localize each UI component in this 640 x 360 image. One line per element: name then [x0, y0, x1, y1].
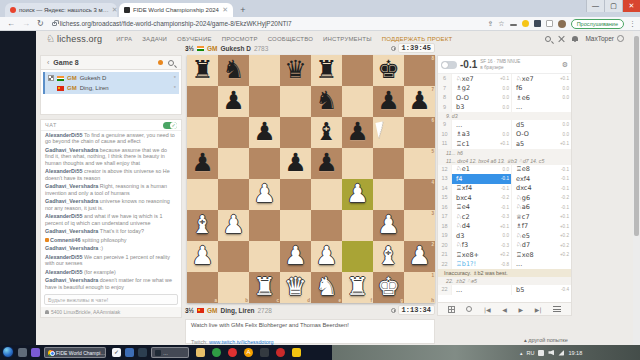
move-number: 19: [438, 231, 451, 241]
black-rook-e8[interactable]: ♜: [311, 55, 342, 86]
move-cell[interactable]: ♘g6-0.2: [511, 193, 571, 203]
nav-item[interactable]: ИНСТРУМЕНТЫ: [323, 36, 372, 42]
nav-item-donate[interactable]: ПОДДЕРЖАТЬ ПРОЕКТ: [382, 36, 453, 42]
square-a4[interactable]: [187, 179, 218, 210]
square-d3[interactable]: [280, 210, 311, 241]
move-eval: +0.1: [560, 76, 569, 81]
square-h1[interactable]: 1h: [404, 272, 435, 303]
black-knight-e7[interactable]: ♞: [311, 86, 342, 117]
move-number: 21: [438, 250, 451, 260]
square-f1[interactable]: ♜f: [342, 272, 373, 303]
minimize-button[interactable]: —: [586, 0, 604, 12]
square-e3[interactable]: [311, 210, 342, 241]
chat-message: Gadhavi_Veershadra Right, reasoning is a…: [45, 183, 177, 196]
lichess-logo[interactable]: ♘ lichess.org: [46, 33, 102, 44]
move-cell[interactable]: ♘e10.0: [451, 165, 511, 175]
square-f6[interactable]: ♟: [342, 117, 373, 148]
address-bar[interactable]: lichess.org/broadcast/fide-world-champio…: [60, 20, 292, 27]
move-cell[interactable]: ♖e4-0.1: [451, 203, 511, 213]
move-eval: +0.1: [560, 224, 569, 229]
move-eval: +0.2: [560, 233, 569, 238]
move-cell[interactable]: a5+0.1: [511, 139, 571, 149]
taskbar-app-icon[interactable]: [276, 348, 285, 357]
listening-pill[interactable]: Прослушивание: [571, 19, 624, 29]
square-b5[interactable]: [218, 148, 249, 179]
rank-coordinate: 3: [431, 211, 434, 216]
extension-icon[interactable]: [546, 20, 553, 27]
white-pawn-b3[interactable]: ♟: [218, 210, 249, 241]
knight-logo-icon: ♘: [46, 33, 55, 44]
share-icon[interactable]: ⇪: [487, 20, 493, 28]
white-pawn-d2[interactable]: ♟: [280, 241, 311, 272]
language-indicator[interactable]: RU: [527, 350, 535, 356]
square-c3[interactable]: [249, 210, 280, 241]
taskbar-app-icon[interactable]: [125, 348, 134, 357]
move-cell[interactable]: ...: [451, 120, 511, 130]
nav-item[interactable]: ЗАДАЧИ: [142, 36, 167, 42]
move-cell[interactable]: ♕c7+0.1: [511, 212, 571, 222]
chat-username: AlexanderDi55: [45, 254, 84, 260]
white-pawn-c4[interactable]: ♟: [249, 179, 280, 210]
black-pawn-h7[interactable]: ♟: [404, 86, 435, 117]
notifications-bell-icon[interactable]: [572, 36, 578, 41]
move-number: 22: [438, 260, 451, 270]
move-eval: -0.3: [501, 243, 509, 248]
square-g1[interactable]: ♚g: [373, 272, 404, 303]
game-list-item-selected[interactable]: GM Gukesh D * GM Ding, Liren *: [43, 72, 179, 94]
square-f4[interactable]: ♟: [342, 179, 373, 210]
network-tray-icon[interactable]: [558, 350, 564, 356]
square-d6[interactable]: [280, 117, 311, 148]
white-rook-c1[interactable]: ♜: [249, 272, 280, 303]
game-status: *: [174, 75, 176, 81]
move-cell[interactable]: d50.0: [511, 120, 571, 130]
square-e8[interactable]: ♜: [311, 55, 342, 86]
chat-message: Gadhavi_Veershadra That's it for today?: [45, 228, 177, 234]
patron-icon: [45, 238, 49, 242]
move-cell[interactable]: ♘d4+0.1: [451, 222, 511, 232]
extension-icon[interactable]: [534, 20, 541, 27]
move-number: 11: [438, 139, 451, 149]
white-pawn-h2[interactable]: ♟: [404, 241, 435, 272]
square-a2[interactable]: ♟: [187, 241, 218, 272]
taskbar-app-icon[interactable]: [138, 348, 147, 357]
white-bishop-a3[interactable]: ♝: [187, 210, 218, 241]
move-cell[interactable]: ♘xe7+0.1: [511, 74, 571, 84]
browser-tab-yandex[interactable]: поиск — Яндекс: нашлось 3 м… ✕: [5, 3, 117, 17]
chat-username: AlexanderDi55: [45, 213, 84, 219]
chat-username: AlexanderDi55: [45, 269, 84, 275]
move-number: 14: [438, 184, 451, 194]
volume-tray-icon[interactable]: [548, 350, 554, 356]
chat-message: AlexanderDi55 To find a genuine answer, …: [45, 132, 177, 145]
move-row: 19d30.0♘e5+0.2: [438, 231, 571, 241]
white-pawn-f4[interactable]: ♟: [342, 179, 373, 210]
square-b2[interactable]: [218, 241, 249, 272]
square-e2[interactable]: ♟: [311, 241, 342, 272]
next-move-button[interactable]: ▶: [519, 306, 524, 313]
move-eval: 0.0: [563, 122, 569, 127]
square-a5[interactable]: ♟: [187, 148, 218, 179]
move-cell[interactable]: ♖xe8+0.2: [511, 250, 571, 260]
chat-title: ЧАТ: [45, 122, 57, 128]
player-name: Ding, Liren: [80, 85, 109, 91]
move-eval: -0.2: [561, 195, 569, 200]
square-g7[interactable]: ♟: [373, 86, 404, 117]
move-number: 20: [438, 241, 451, 251]
move-number: 22: [438, 285, 451, 295]
taskbar-app-icon[interactable]: A: [244, 348, 253, 357]
black-pawn-e5[interactable]: ♟: [311, 148, 342, 179]
tab-close-icon[interactable]: ✕: [112, 6, 117, 14]
move-number: 9: [438, 120, 451, 130]
move-row: 10♗a30.0O-O0.0: [438, 130, 571, 140]
white-knight-e1[interactable]: ♞: [311, 272, 342, 303]
china-flag-icon: [197, 308, 204, 313]
square-f3[interactable]: [342, 210, 373, 241]
white-pawn-e2[interactable]: ♟: [311, 241, 342, 272]
move-cell[interactable]: ♗e60.0: [511, 93, 571, 103]
move-eval: -0.1: [561, 176, 569, 181]
lichess-favicon-icon: [124, 7, 130, 13]
move-cell[interactable]: O-O0.0: [511, 130, 571, 140]
move-eval: 0.0: [503, 105, 509, 110]
move-eval: -0.1: [501, 176, 509, 181]
chat-username: Comnenii46: [50, 237, 82, 243]
square-e6[interactable]: ♝: [311, 117, 342, 148]
move-cell[interactable]: ♖b1?!-0.8: [451, 260, 511, 270]
spectators-icon: [45, 310, 49, 314]
move-eval: 0.0: [503, 86, 509, 91]
taskbar-task-secondary[interactable]: …: [151, 347, 189, 358]
square-f2[interactable]: [342, 241, 373, 272]
extension-icon[interactable]: [510, 24, 517, 26]
square-a1[interactable]: a: [187, 272, 218, 303]
move-eval: -0.1: [561, 167, 569, 172]
game-row-white: GM Gukesh D *: [48, 73, 176, 83]
broadcast-info-card: Watch live with GMs Felix Blohberger and…: [185, 319, 435, 344]
black-queen-d8[interactable]: ♛: [280, 55, 311, 86]
side-panel-strip: [0, 31, 36, 345]
extension-icon[interactable]: [522, 20, 529, 27]
move-number: 16: [438, 203, 451, 213]
square-b8[interactable]: ♞: [218, 55, 249, 86]
move-row: 18♘d4+0.1♗f7+0.1: [438, 222, 571, 232]
move-cell[interactable]: ...: [451, 285, 511, 295]
variation-line[interactable]: 11... dxc4 12. bxc4 a6 13. ♕b3 ♘d7 14. c…: [438, 157, 571, 165]
square-g3[interactable]: ♟: [373, 210, 404, 241]
move-cell[interactable]: bxc4-0.2: [451, 193, 511, 203]
move-number: 6: [438, 74, 451, 84]
forward-icon[interactable]: →: [22, 19, 30, 28]
file-coordinate: g: [400, 298, 403, 303]
nav-item[interactable]: ИГРА: [116, 36, 132, 42]
clock-icon: [391, 46, 396, 51]
nav-item[interactable]: ОБУЧЕНИЕ: [177, 36, 212, 42]
rank-coordinate: 4: [431, 180, 434, 185]
taskbar-app-icon[interactable]: [228, 348, 237, 357]
variation-line[interactable]: 22. ♗b2 ♘e5: [438, 277, 571, 285]
square-g8[interactable]: ♚: [373, 55, 404, 86]
chat-username: Gadhavi_Veershadra: [45, 228, 100, 234]
move-cell[interactable]: ♘e5+0.2: [511, 231, 571, 241]
move-eval: -0.1: [561, 205, 569, 210]
move-row: 21♖xe8++0.2♖xe8+0.2: [438, 250, 571, 260]
tab-title: FIDE World Championship 2024: [133, 7, 219, 13]
move-number: 10: [438, 130, 451, 140]
move-cell[interactable]: exf4-0.1: [511, 174, 571, 184]
square-b6[interactable]: [218, 117, 249, 148]
square-g4[interactable]: [373, 179, 404, 210]
tab-close-icon[interactable]: ✕: [222, 6, 228, 14]
chrome-profile-avatar[interactable]: [558, 20, 566, 28]
file-coordinate: h: [431, 298, 434, 303]
white-bishop-g2[interactable]: ♝: [373, 241, 404, 272]
taskbar-app-icon[interactable]: [31, 348, 40, 357]
black-pawn-g7[interactable]: ♟: [373, 86, 404, 117]
game-status: *: [174, 85, 176, 91]
black-pawn-d5[interactable]: ♟: [280, 148, 311, 179]
comment-line: Inaccuracy. ♗b2 was best.: [438, 269, 571, 277]
move-cell[interactable]: b30.0: [451, 103, 511, 113]
move-eval: 0.0: [563, 132, 569, 137]
file-coordinate: d: [307, 298, 310, 303]
square-h3[interactable]: 3: [404, 210, 435, 241]
engine-toggle[interactable]: [441, 61, 457, 69]
user-menu[interactable]: MaxToper: [585, 35, 624, 42]
square-a3[interactable]: ♝: [187, 210, 218, 241]
square-c6[interactable]: ♟: [249, 117, 280, 148]
variation-line[interactable]: 9. d3: [438, 112, 571, 120]
black-pawn-c6[interactable]: ♟: [249, 117, 280, 148]
start-button[interactable]: [2, 346, 14, 358]
back-icon[interactable]: ←: [7, 19, 15, 28]
move-cell[interactable]: ♘f3-0.3: [451, 241, 511, 251]
move-cell[interactable]: f4-0.1: [451, 174, 511, 184]
square-c5[interactable]: [249, 148, 280, 179]
match-score: 3½: [185, 307, 194, 314]
chat-toggle[interactable]: [163, 122, 177, 129]
rank-coordinate: 5: [431, 149, 434, 154]
maximize-button[interactable]: ▢: [604, 0, 622, 12]
square-d5[interactable]: ♟: [280, 148, 311, 179]
taskbar-app-icon[interactable]: [18, 348, 27, 357]
chrome-icon: [48, 350, 54, 356]
square-g5[interactable]: [373, 148, 404, 179]
last-move-button[interactable]: ▶|: [535, 306, 542, 313]
square-c2[interactable]: [249, 241, 280, 272]
reload-icon[interactable]: ↻: [37, 19, 44, 28]
square-g2[interactable]: ♝: [373, 241, 404, 272]
square-h6[interactable]: 6: [404, 117, 435, 148]
black-rook-a8[interactable]: ♜: [187, 55, 218, 86]
move-row: 9b30.0...: [438, 103, 571, 113]
player-rating: 2783: [254, 45, 268, 52]
white-pawn-a2[interactable]: ♟: [187, 241, 218, 272]
chess-board[interactable]: ♜♞♛♜♚8♟♞♟♟7♟♝♟6♟♟♟5♟♟4♝♟♟3♟♟♟♝♟2ab♜c♛d♞e…: [187, 55, 435, 303]
black-bishop-e6[interactable]: ♝: [311, 117, 342, 148]
display-tray-icon[interactable]: [538, 350, 544, 356]
move-cell[interactable]: ♘d7+0.2: [511, 241, 571, 251]
move-row: 22♖b1?!-0.8...: [438, 260, 571, 270]
square-c7[interactable]: [249, 86, 280, 117]
https-lock-icon[interactable]: [52, 22, 57, 26]
move-eval: +0.2: [560, 252, 569, 257]
bottom-player-bar: 3½ GM Ding, Liren 2728 1:13:34: [185, 304, 435, 316]
challenges-icon[interactable]: [558, 35, 565, 42]
nav-item[interactable]: СООБЩЕСТВО: [268, 36, 313, 42]
rank-coordinate: 1: [431, 273, 434, 278]
white-rook-f1[interactable]: ♜: [342, 272, 373, 303]
move-list: 6♘xe7+0.1♘xe7+0.17♗g20.0f60.08O-O0.0♗e60…: [438, 74, 571, 302]
move-cell[interactable]: ♖xe8++0.2: [451, 250, 511, 260]
square-f8[interactable]: [342, 55, 373, 86]
move-cell[interactable]: ♖xf4-0.1: [451, 184, 511, 194]
taskbar-app-icon[interactable]: ✓: [112, 348, 121, 357]
move-cell[interactable]: d30.0: [451, 231, 511, 241]
tray-chevron-icon[interactable]: ▴: [520, 350, 523, 356]
square-e7[interactable]: ♞: [311, 86, 342, 117]
analysis-board-icon[interactable]: [448, 306, 455, 313]
practice-icon[interactable]: [466, 306, 472, 312]
back-chevron-icon[interactable]: ‹: [47, 59, 49, 66]
new-tab-button[interactable]: +: [237, 4, 249, 16]
black-king-g8[interactable]: ♚: [373, 55, 404, 86]
browser-tab-lichess[interactable]: FIDE World Championship 2024 ✕: [119, 3, 233, 17]
move-cell[interactable]: ♖c1+0.1: [451, 139, 511, 149]
white-pawn-g3[interactable]: ♟: [373, 210, 404, 241]
engine-info: SF 16 · 7MB NNUE в браузере: [480, 59, 520, 70]
taskbar-folder-icon[interactable]: [196, 348, 205, 357]
move-cell[interactable]: ...: [511, 260, 571, 270]
move-eval: -0.2: [501, 195, 509, 200]
move-cell[interactable]: ...: [511, 103, 571, 113]
search-icon[interactable]: [545, 36, 551, 42]
page-bottom-text: ▴ другой попытке: [524, 337, 568, 343]
move-cell[interactable]: ♘c2-0.3: [451, 212, 511, 222]
close-button[interactable]: ✕: [622, 0, 640, 12]
square-b3[interactable]: ♟: [218, 210, 249, 241]
square-d2[interactable]: ♟: [280, 241, 311, 272]
square-f5[interactable]: [342, 148, 373, 179]
square-c8[interactable]: [249, 55, 280, 86]
taskbar-app-icon[interactable]: [212, 348, 221, 357]
move-cell[interactable]: ♗g20.0: [451, 84, 511, 94]
square-h8[interactable]: 8: [404, 55, 435, 86]
move-row: 20♘f3-0.3♘d7+0.2: [438, 241, 571, 251]
file-coordinate: e: [338, 298, 341, 303]
taskbar-wallpaper-area: [332, 345, 640, 360]
square-h4[interactable]: 4: [404, 179, 435, 210]
square-e1[interactable]: ♞e: [311, 272, 342, 303]
move-eval: 0.0: [503, 233, 509, 238]
move-number: 15: [438, 193, 451, 203]
chat-members: 5400 LinuxBrickle, AAAmniaiak: [41, 307, 181, 317]
player-rating: 2728: [257, 307, 271, 314]
move-cell[interactable]: O-O0.0: [451, 93, 511, 103]
square-h7[interactable]: ♟7: [404, 86, 435, 117]
black-pawn-a5[interactable]: ♟: [187, 148, 218, 179]
bookmark-star-icon[interactable]: ☆: [498, 20, 504, 28]
move-row: 8O-O0.0♗e60.0: [438, 93, 571, 103]
prev-move-button[interactable]: ◀: [502, 306, 507, 313]
chat-panel: ЧАТ does that couple of times more, guke…: [40, 119, 182, 318]
move-row: 14♖xf4-0.1dxc4-0.1: [438, 184, 571, 194]
move-eval: 0.0: [503, 95, 509, 100]
square-b4[interactable]: [218, 179, 249, 210]
move-cell[interactable]: dxc4-0.1: [511, 184, 571, 194]
black-pawn-f6[interactable]: ♟: [342, 117, 373, 148]
variation-line[interactable]: 11... h6: [438, 149, 571, 157]
move-eval: +0.1: [500, 141, 509, 146]
move-cell[interactable]: ♘a6-0.1: [511, 203, 571, 213]
black-pawn-b7[interactable]: ♟: [218, 86, 249, 117]
move-cell[interactable]: ♖e8-0.1: [511, 165, 571, 175]
chat-message: AlexanderDi55 (for example): [45, 269, 177, 275]
square-c4[interactable]: ♟: [249, 179, 280, 210]
chat-username: AlexanderDi55: [45, 168, 84, 174]
player-clock: 1:39:45: [398, 43, 435, 53]
top-nav: ИГРАЗАДАЧИОБУЧЕНИЕПРОСМОТРСООБЩЕСТВОИНСТ…: [116, 36, 452, 42]
square-d8[interactable]: ♛: [280, 55, 311, 86]
move-eval: 0.0: [503, 167, 509, 172]
taskbar-app-icon[interactable]: [260, 348, 269, 357]
move-cell[interactable]: f60.0: [511, 84, 571, 94]
black-knight-b8[interactable]: ♞: [218, 55, 249, 86]
taskbar-app-icon[interactable]: [292, 348, 301, 357]
game-search-icon[interactable]: [168, 60, 174, 66]
square-e4[interactable]: [311, 179, 342, 210]
square-a6[interactable]: [187, 117, 218, 148]
rank-coordinate: 7: [431, 87, 434, 92]
chat-username: Gadhavi_Veershadra: [45, 277, 100, 283]
move-row: 12♘e10.0♖e8-0.1: [438, 165, 571, 175]
chat-input[interactable]: Будьте вежливы в чате!: [44, 294, 178, 305]
match-score: 3½: [185, 45, 194, 52]
eval-value: -0.1: [460, 59, 477, 70]
move-cell[interactable]: b5-0.4: [511, 285, 571, 295]
square-d4[interactable]: [280, 179, 311, 210]
square-e5[interactable]: ♟: [311, 148, 342, 179]
square-f7[interactable]: [342, 86, 373, 117]
first-move-button[interactable]: |◀: [484, 306, 491, 313]
move-cell[interactable]: ♗a30.0: [451, 130, 511, 140]
chrome-menu-icon[interactable]: ⋮: [629, 20, 636, 28]
square-c1[interactable]: ♜c: [249, 272, 280, 303]
square-b7[interactable]: ♟: [218, 86, 249, 117]
engine-settings-gear-icon[interactable]: ⚙: [562, 61, 568, 69]
square-h2[interactable]: ♟2: [404, 241, 435, 272]
move-cell[interactable]: ♗f7+0.1: [511, 222, 571, 232]
square-a8[interactable]: ♜: [187, 55, 218, 86]
move-row: 15bxc4-0.2♘g6-0.2: [438, 193, 571, 203]
nav-item[interactable]: ПРОСМОТР: [222, 36, 258, 42]
menu-icon[interactable]: [553, 306, 561, 312]
square-a7[interactable]: [187, 86, 218, 117]
taskbar-task-chrome[interactable]: FIDE World Champi…: [44, 347, 106, 358]
square-b1[interactable]: b: [218, 272, 249, 303]
chat-header: ЧАТ: [41, 120, 181, 131]
square-h5[interactable]: 5: [404, 148, 435, 179]
square-d7[interactable]: [280, 86, 311, 117]
move-number: 12: [438, 165, 451, 175]
chat-message: AlexanderDi55 and what if we have iq whi…: [45, 213, 177, 226]
move-cell[interactable]: ♘xe7+0.1: [451, 74, 511, 84]
scrollbar-thumb[interactable]: [634, 36, 639, 236]
move-eval: +0.1: [560, 214, 569, 219]
square-d1[interactable]: ♛d: [280, 272, 311, 303]
player-clock: 1:13:34: [398, 305, 435, 315]
